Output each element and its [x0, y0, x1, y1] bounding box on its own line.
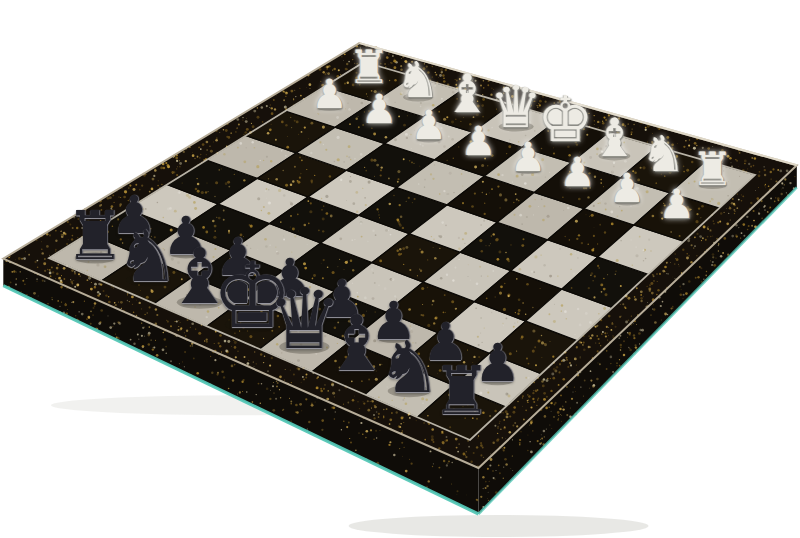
piece-shadow: [177, 296, 223, 309]
piece-shadow: [599, 151, 631, 160]
piece-shadow: [451, 107, 483, 116]
piece-shadow: [466, 151, 490, 158]
piece-shadow: [318, 104, 342, 111]
chess-set-product-photo: ♜♞♟♝♟♛♟♚♟♝♞♟♜♟♟♟♟♟♜♟♞♟♝♟♚♟♛♟♝♟♞♜: [0, 0, 800, 538]
piece-shadow: [225, 317, 279, 332]
piece-shadow: [388, 385, 431, 397]
piece-shadow: [279, 340, 329, 354]
chess-board: [0, 0, 800, 538]
piece-shadow: [499, 122, 534, 132]
piece-shadow: [118, 228, 149, 237]
piece-shadow: [334, 362, 380, 375]
piece-shadow: [699, 181, 727, 189]
piece-shadow: [75, 252, 115, 263]
piece-shadow: [482, 376, 513, 385]
piece-shadow: [566, 183, 590, 190]
piece-shadow: [378, 334, 409, 343]
piece-shadow: [222, 271, 253, 280]
piece-shadow: [547, 136, 585, 147]
piece-shadow: [170, 249, 201, 258]
ground-shadow: [349, 515, 649, 537]
piece-shadow: [430, 355, 461, 364]
piece-shadow: [126, 274, 169, 286]
piece-shadow: [665, 214, 689, 221]
piece-shadow: [615, 199, 639, 206]
piece-shadow: [442, 408, 482, 419]
piece-shadow: [355, 79, 383, 87]
piece-shadow: [274, 292, 305, 301]
piece-shadow: [367, 120, 391, 127]
piece-shadow: [516, 167, 540, 174]
piece-shadow: [403, 93, 433, 101]
piece-shadow: [326, 313, 357, 322]
piece-shadow: [417, 136, 441, 143]
piece-shadow: [649, 166, 679, 174]
